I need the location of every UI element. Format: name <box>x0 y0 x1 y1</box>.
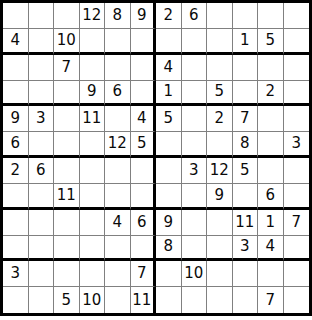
cell-r7c9[interactable]: 12 <box>207 158 233 184</box>
cell-r5c8[interactable] <box>182 106 208 132</box>
cell-r1c1[interactable] <box>3 3 29 29</box>
cell-r12c1[interactable] <box>3 287 29 313</box>
cell-r1c6[interactable]: 9 <box>131 3 157 29</box>
cell-r11c1[interactable]: 3 <box>3 261 29 287</box>
cell-r5c3[interactable] <box>54 106 80 132</box>
cell-r11c5[interactable] <box>105 261 131 287</box>
cell-r12c10[interactable] <box>233 287 259 313</box>
cell-r10c5[interactable] <box>105 236 131 262</box>
cell-r8c1[interactable] <box>3 184 29 210</box>
cell-r2c8[interactable] <box>182 29 208 55</box>
cell-r9c2[interactable] <box>29 210 55 236</box>
cell-r7c7[interactable] <box>156 158 182 184</box>
cell-r6c8[interactable] <box>182 132 208 158</box>
cell-r12c3[interactable]: 5 <box>54 287 80 313</box>
cell-r9c4[interactable] <box>80 210 106 236</box>
cell-r4c8[interactable] <box>182 81 208 107</box>
cell-r2c4[interactable] <box>80 29 106 55</box>
cell-r12c8[interactable] <box>182 287 208 313</box>
cell-r3c12[interactable] <box>284 55 310 81</box>
cell-r4c10[interactable] <box>233 81 259 107</box>
cell-r9c6[interactable]: 6 <box>131 210 157 236</box>
cell-r8c4[interactable] <box>80 184 106 210</box>
cell-r2c10[interactable]: 1 <box>233 29 259 55</box>
cell-r3c6[interactable] <box>131 55 157 81</box>
cell-r2c1[interactable]: 4 <box>3 29 29 55</box>
cell-r4c12[interactable] <box>284 81 310 107</box>
cell-r12c2[interactable] <box>29 287 55 313</box>
cell-r5c7[interactable]: 5 <box>156 106 182 132</box>
cell-r6c11[interactable] <box>258 132 284 158</box>
cell-r10c8[interactable] <box>182 236 208 262</box>
cell-r7c1[interactable]: 2 <box>3 158 29 184</box>
cell-r2c2[interactable] <box>29 29 55 55</box>
cell-r6c6[interactable]: 5 <box>131 132 157 158</box>
cell-r12c5[interactable] <box>105 287 131 313</box>
cell-r8c3[interactable]: 11 <box>54 184 80 210</box>
cell-r3c1[interactable] <box>3 55 29 81</box>
cell-r2c7[interactable] <box>156 29 182 55</box>
cell-r3c11[interactable] <box>258 55 284 81</box>
cell-r8c8[interactable] <box>182 184 208 210</box>
cell-r12c9[interactable] <box>207 287 233 313</box>
cell-r11c7[interactable] <box>156 261 182 287</box>
cell-r11c6[interactable]: 7 <box>131 261 157 287</box>
cell-r3c9[interactable] <box>207 55 233 81</box>
cell-r6c12[interactable]: 3 <box>284 132 310 158</box>
cell-r9c7[interactable]: 9 <box>156 210 182 236</box>
cell-r8c7[interactable] <box>156 184 182 210</box>
cell-r10c9[interactable] <box>207 236 233 262</box>
cell-r1c7[interactable]: 2 <box>156 3 182 29</box>
cell-r2c12[interactable] <box>284 29 310 55</box>
cell-r10c6[interactable] <box>131 236 157 262</box>
cell-r7c10[interactable]: 5 <box>233 158 259 184</box>
cell-r11c2[interactable] <box>29 261 55 287</box>
cell-r8c11[interactable]: 6 <box>258 184 284 210</box>
cell-r6c9[interactable] <box>207 132 233 158</box>
cell-r8c5[interactable] <box>105 184 131 210</box>
cell-r9c8[interactable] <box>182 210 208 236</box>
cell-r3c2[interactable] <box>29 55 55 81</box>
cell-r5c1[interactable]: 9 <box>3 106 29 132</box>
cell-r8c10[interactable] <box>233 184 259 210</box>
cell-r6c10[interactable]: 8 <box>233 132 259 158</box>
cell-r7c2[interactable]: 6 <box>29 158 55 184</box>
cell-r4c6[interactable] <box>131 81 157 107</box>
cell-r1c12[interactable] <box>284 3 310 29</box>
cell-r7c11[interactable] <box>258 158 284 184</box>
cell-r1c11[interactable] <box>258 3 284 29</box>
cell-r10c10[interactable]: 3 <box>233 236 259 262</box>
cell-r1c5[interactable]: 8 <box>105 3 131 29</box>
cell-r7c8[interactable]: 3 <box>182 158 208 184</box>
cell-r4c3[interactable] <box>54 81 80 107</box>
cell-r6c2[interactable] <box>29 132 55 158</box>
cell-r8c12[interactable] <box>284 184 310 210</box>
cell-r1c8[interactable]: 6 <box>182 3 208 29</box>
cell-r9c9[interactable] <box>207 210 233 236</box>
sudoku-board: 1289264101574961529311452761258326312511… <box>0 0 312 316</box>
cell-r8c2[interactable] <box>29 184 55 210</box>
cell-r9c11[interactable]: 1 <box>258 210 284 236</box>
cell-r6c7[interactable] <box>156 132 182 158</box>
cell-r3c5[interactable] <box>105 55 131 81</box>
cell-r1c4[interactable]: 12 <box>80 3 106 29</box>
cell-r5c11[interactable] <box>258 106 284 132</box>
cell-r2c11[interactable]: 5 <box>258 29 284 55</box>
cell-r7c5[interactable] <box>105 158 131 184</box>
cell-r5c9[interactable]: 2 <box>207 106 233 132</box>
cell-r6c5[interactable]: 12 <box>105 132 131 158</box>
cell-r12c7[interactable] <box>156 287 182 313</box>
cell-r12c11[interactable]: 7 <box>258 287 284 313</box>
cell-r2c9[interactable] <box>207 29 233 55</box>
cell-r5c6[interactable]: 4 <box>131 106 157 132</box>
cell-r9c12[interactable]: 7 <box>284 210 310 236</box>
cell-r3c4[interactable] <box>80 55 106 81</box>
cell-r2c5[interactable] <box>105 29 131 55</box>
cell-r9c3[interactable] <box>54 210 80 236</box>
cell-r12c4[interactable]: 10 <box>80 287 106 313</box>
cell-r4c11[interactable]: 2 <box>258 81 284 107</box>
cell-r10c7[interactable]: 8 <box>156 236 182 262</box>
cell-r4c1[interactable] <box>3 81 29 107</box>
cell-r10c4[interactable] <box>80 236 106 262</box>
cell-r1c2[interactable] <box>29 3 55 29</box>
cell-r1c10[interactable] <box>233 3 259 29</box>
cell-r6c3[interactable] <box>54 132 80 158</box>
cell-r5c5[interactable] <box>105 106 131 132</box>
cell-r12c12[interactable] <box>284 287 310 313</box>
cell-r2c3[interactable]: 10 <box>54 29 80 55</box>
cell-r5c12[interactable] <box>284 106 310 132</box>
cell-r12c6[interactable]: 11 <box>131 287 157 313</box>
cell-r11c12[interactable] <box>284 261 310 287</box>
cell-r8c9[interactable]: 9 <box>207 184 233 210</box>
cell-r4c7[interactable]: 1 <box>156 81 182 107</box>
cell-r1c9[interactable] <box>207 3 233 29</box>
cell-r7c12[interactable] <box>284 158 310 184</box>
cell-r7c6[interactable] <box>131 158 157 184</box>
cell-r10c2[interactable] <box>29 236 55 262</box>
cell-r10c12[interactable] <box>284 236 310 262</box>
cell-r7c3[interactable] <box>54 158 80 184</box>
cell-r6c4[interactable] <box>80 132 106 158</box>
cell-r5c4[interactable]: 11 <box>80 106 106 132</box>
cell-r11c9[interactable] <box>207 261 233 287</box>
cell-r5c10[interactable]: 7 <box>233 106 259 132</box>
cell-r3c10[interactable] <box>233 55 259 81</box>
cell-r8c6[interactable] <box>131 184 157 210</box>
cell-r2c6[interactable] <box>131 29 157 55</box>
cell-r4c9[interactable]: 5 <box>207 81 233 107</box>
cell-r10c11[interactable]: 4 <box>258 236 284 262</box>
cell-r11c11[interactable] <box>258 261 284 287</box>
cell-r9c5[interactable]: 4 <box>105 210 131 236</box>
cell-r9c10[interactable]: 11 <box>233 210 259 236</box>
cell-r10c3[interactable] <box>54 236 80 262</box>
cell-r11c8[interactable]: 10 <box>182 261 208 287</box>
cell-r7c4[interactable] <box>80 158 106 184</box>
cell-r1c3[interactable] <box>54 3 80 29</box>
cell-r10c1[interactable] <box>3 236 29 262</box>
cell-r11c4[interactable] <box>80 261 106 287</box>
cell-r3c7[interactable]: 4 <box>156 55 182 81</box>
cell-r11c10[interactable] <box>233 261 259 287</box>
cell-r6c1[interactable]: 6 <box>3 132 29 158</box>
cell-r3c8[interactable] <box>182 55 208 81</box>
cell-r9c1[interactable] <box>3 210 29 236</box>
cell-r5c2[interactable]: 3 <box>29 106 55 132</box>
cell-r4c4[interactable]: 9 <box>80 81 106 107</box>
cell-r3c3[interactable]: 7 <box>54 55 80 81</box>
cell-r4c2[interactable] <box>29 81 55 107</box>
cell-r11c3[interactable] <box>54 261 80 287</box>
cell-r4c5[interactable]: 6 <box>105 81 131 107</box>
